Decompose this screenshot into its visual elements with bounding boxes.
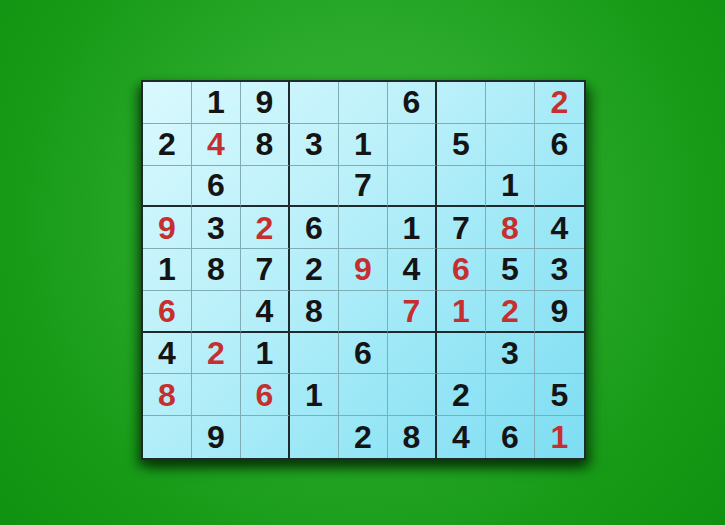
cell-r5c8[interactable]: 5 [486,249,535,291]
cell-r4c1[interactable]: 9 [143,207,192,249]
cell-r9c2[interactable]: 9 [192,416,241,458]
cell-r7c5[interactable]: 6 [339,333,388,375]
cell-r3c9[interactable] [535,166,584,208]
cell-r1c1[interactable] [143,82,192,124]
cell-r8c2[interactable] [192,374,241,416]
cell-r6c4[interactable]: 8 [290,291,339,333]
cell-r9c7[interactable]: 4 [437,416,486,458]
cell-r4c6[interactable]: 1 [388,207,437,249]
cell-r4c8[interactable]: 8 [486,207,535,249]
cell-r6c7[interactable]: 1 [437,291,486,333]
cell-r4c2[interactable]: 3 [192,207,241,249]
cell-r9c4[interactable] [290,416,339,458]
cell-r8c8[interactable] [486,374,535,416]
cell-r8c5[interactable] [339,374,388,416]
cell-r2c6[interactable] [388,124,437,166]
cell-r7c2[interactable]: 2 [192,333,241,375]
cell-r6c3[interactable]: 4 [241,291,290,333]
cell-r6c6[interactable]: 7 [388,291,437,333]
cell-r2c3[interactable]: 8 [241,124,290,166]
cell-r4c7[interactable]: 7 [437,207,486,249]
cell-r5c5[interactable]: 9 [339,249,388,291]
cell-r8c7[interactable]: 2 [437,374,486,416]
cell-r5c3[interactable]: 7 [241,249,290,291]
cell-r8c9[interactable]: 5 [535,374,584,416]
cell-r3c1[interactable] [143,166,192,208]
cell-r6c1[interactable]: 6 [143,291,192,333]
cell-r4c4[interactable]: 6 [290,207,339,249]
cell-r1c6[interactable]: 6 [388,82,437,124]
cell-r2c4[interactable]: 3 [290,124,339,166]
cell-r8c1[interactable]: 8 [143,374,192,416]
cell-r6c9[interactable]: 9 [535,291,584,333]
cell-r1c2[interactable]: 1 [192,82,241,124]
cell-r3c2[interactable]: 6 [192,166,241,208]
sudoku-board: 1962248315667193261784187294653648712942… [141,80,586,460]
cell-r6c5[interactable] [339,291,388,333]
cell-r1c7[interactable] [437,82,486,124]
cell-r1c5[interactable] [339,82,388,124]
cell-r3c8[interactable]: 1 [486,166,535,208]
cell-r1c4[interactable] [290,82,339,124]
cell-r9c9[interactable]: 1 [535,416,584,458]
cell-r7c7[interactable] [437,333,486,375]
cell-r6c2[interactable] [192,291,241,333]
cell-r3c5[interactable]: 7 [339,166,388,208]
cell-r3c3[interactable] [241,166,290,208]
cell-r2c1[interactable]: 2 [143,124,192,166]
cell-r7c9[interactable] [535,333,584,375]
cell-r7c4[interactable] [290,333,339,375]
cell-r9c3[interactable] [241,416,290,458]
cell-r5c2[interactable]: 8 [192,249,241,291]
cell-r6c8[interactable]: 2 [486,291,535,333]
cell-r3c6[interactable] [388,166,437,208]
cell-r2c5[interactable]: 1 [339,124,388,166]
cell-r7c1[interactable]: 4 [143,333,192,375]
cell-r4c3[interactable]: 2 [241,207,290,249]
cell-r2c7[interactable]: 5 [437,124,486,166]
cell-r5c7[interactable]: 6 [437,249,486,291]
cell-r8c4[interactable]: 1 [290,374,339,416]
cell-r3c4[interactable] [290,166,339,208]
cell-r1c8[interactable] [486,82,535,124]
cell-r4c5[interactable] [339,207,388,249]
cell-r9c8[interactable]: 6 [486,416,535,458]
cell-r5c1[interactable]: 1 [143,249,192,291]
cell-r5c4[interactable]: 2 [290,249,339,291]
cell-r8c3[interactable]: 6 [241,374,290,416]
cell-r9c5[interactable]: 2 [339,416,388,458]
cell-r1c3[interactable]: 9 [241,82,290,124]
cell-r7c8[interactable]: 3 [486,333,535,375]
cell-r9c6[interactable]: 8 [388,416,437,458]
cell-r3c7[interactable] [437,166,486,208]
cell-r2c2[interactable]: 4 [192,124,241,166]
cell-r1c9[interactable]: 2 [535,82,584,124]
cell-r7c6[interactable] [388,333,437,375]
cell-r7c3[interactable]: 1 [241,333,290,375]
cell-r9c1[interactable] [143,416,192,458]
cell-r4c9[interactable]: 4 [535,207,584,249]
background: 1962248315667193261784187294653648712942… [0,0,725,525]
cell-r5c6[interactable]: 4 [388,249,437,291]
cell-r8c6[interactable] [388,374,437,416]
cell-r5c9[interactable]: 3 [535,249,584,291]
cell-r2c9[interactable]: 6 [535,124,584,166]
cell-r2c8[interactable] [486,124,535,166]
